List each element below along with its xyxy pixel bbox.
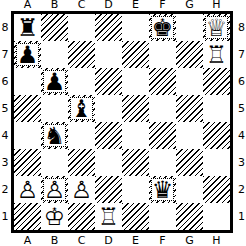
square-b5[interactable] bbox=[41, 95, 68, 122]
piece-white-pawn[interactable]: ♙ bbox=[14, 176, 41, 203]
piece-black-pawn[interactable]: ♟ bbox=[14, 41, 41, 68]
file-label-c-top: C bbox=[68, 0, 95, 11]
square-h4[interactable] bbox=[203, 122, 230, 149]
rank-label-1-left: 1 bbox=[0, 203, 10, 230]
square-c5[interactable]: ♝ bbox=[68, 95, 95, 122]
square-e4[interactable] bbox=[122, 122, 149, 149]
piece-black-king[interactable]: ♚ bbox=[149, 14, 176, 41]
file-label-e-bottom: E bbox=[122, 234, 149, 246]
piece-black-queen[interactable]: ♛ bbox=[149, 176, 176, 203]
file-label-b-top: B bbox=[41, 0, 68, 11]
square-e6[interactable] bbox=[122, 68, 149, 95]
rank-label-6-left: 6 bbox=[0, 68, 10, 95]
square-b2[interactable]: ♙ bbox=[41, 176, 68, 203]
square-h6[interactable] bbox=[203, 68, 230, 95]
square-g7[interactable] bbox=[176, 41, 203, 68]
piece-black-rook[interactable]: ♜ bbox=[14, 14, 41, 41]
rank-label-8-right: 8 bbox=[237, 14, 246, 41]
file-labels-bottom: ABCDEFGH bbox=[14, 234, 230, 246]
square-e2[interactable] bbox=[122, 176, 149, 203]
file-label-f-top: F bbox=[149, 0, 176, 11]
file-label-d-bottom: D bbox=[95, 234, 122, 246]
rank-label-4-right: 4 bbox=[237, 122, 246, 149]
square-f6[interactable] bbox=[149, 68, 176, 95]
square-c4[interactable] bbox=[68, 122, 95, 149]
square-d4[interactable] bbox=[95, 122, 122, 149]
square-h5[interactable] bbox=[203, 95, 230, 122]
piece-white-king[interactable]: ♔ bbox=[41, 203, 68, 230]
square-b3[interactable] bbox=[41, 149, 68, 176]
file-label-e-top: E bbox=[122, 0, 149, 11]
file-label-h-bottom: H bbox=[203, 234, 230, 246]
rank-label-3-left: 3 bbox=[0, 149, 10, 176]
square-e8[interactable] bbox=[122, 14, 149, 41]
rank-label-8-left: 8 bbox=[0, 14, 10, 41]
square-a8[interactable]: ♜ bbox=[14, 14, 41, 41]
square-d7[interactable] bbox=[95, 41, 122, 68]
square-g2[interactable] bbox=[176, 176, 203, 203]
square-e5[interactable] bbox=[122, 95, 149, 122]
file-labels-top: ABCDEFGH bbox=[14, 0, 230, 11]
piece-white-rook[interactable]: ♖ bbox=[95, 203, 122, 230]
piece-white-pawn[interactable]: ♙ bbox=[68, 176, 95, 203]
square-c8[interactable] bbox=[68, 14, 95, 41]
square-c1[interactable] bbox=[68, 203, 95, 230]
square-a2[interactable]: ♙ bbox=[14, 176, 41, 203]
square-c3[interactable] bbox=[68, 149, 95, 176]
piece-white-queen[interactable]: ♕ bbox=[203, 14, 230, 41]
square-h1[interactable] bbox=[203, 203, 230, 230]
square-d2[interactable] bbox=[95, 176, 122, 203]
square-b4[interactable]: ♞ bbox=[41, 122, 68, 149]
chess-diagram: ABCDEFGH 87654321 ♜♚♕♟♖♟♝♞♙♙♙♛♔♖ 8765432… bbox=[0, 0, 246, 246]
rank-label-6-right: 6 bbox=[237, 68, 246, 95]
square-a5[interactable] bbox=[14, 95, 41, 122]
square-f3[interactable] bbox=[149, 149, 176, 176]
square-h2[interactable] bbox=[203, 176, 230, 203]
square-e7[interactable] bbox=[122, 41, 149, 68]
square-c2[interactable]: ♙ bbox=[68, 176, 95, 203]
rank-label-5-right: 5 bbox=[237, 95, 246, 122]
square-g6[interactable] bbox=[176, 68, 203, 95]
square-e3[interactable] bbox=[122, 149, 149, 176]
square-d8[interactable] bbox=[95, 14, 122, 41]
square-b1[interactable]: ♔ bbox=[41, 203, 68, 230]
square-c6[interactable] bbox=[68, 68, 95, 95]
square-d5[interactable] bbox=[95, 95, 122, 122]
rank-label-7-left: 7 bbox=[0, 41, 10, 68]
file-label-c-bottom: C bbox=[68, 234, 95, 246]
square-f5[interactable] bbox=[149, 95, 176, 122]
rank-label-7-right: 7 bbox=[237, 41, 246, 68]
piece-black-knight[interactable]: ♞ bbox=[41, 122, 68, 149]
square-a7[interactable]: ♟ bbox=[14, 41, 41, 68]
piece-white-rook[interactable]: ♖ bbox=[203, 41, 230, 68]
piece-white-pawn[interactable]: ♙ bbox=[41, 176, 68, 203]
square-f4[interactable] bbox=[149, 122, 176, 149]
file-label-d-top: D bbox=[95, 0, 122, 11]
square-g3[interactable] bbox=[176, 149, 203, 176]
square-c7[interactable] bbox=[68, 41, 95, 68]
file-label-f-bottom: F bbox=[149, 234, 176, 246]
square-a1[interactable] bbox=[14, 203, 41, 230]
square-g5[interactable] bbox=[176, 95, 203, 122]
square-h8[interactable]: ♕ bbox=[203, 14, 230, 41]
square-b7[interactable] bbox=[41, 41, 68, 68]
rank-label-2-left: 2 bbox=[0, 176, 10, 203]
square-a3[interactable] bbox=[14, 149, 41, 176]
rank-label-4-left: 4 bbox=[0, 122, 10, 149]
rank-label-1-right: 1 bbox=[237, 203, 246, 230]
file-label-g-top: G bbox=[176, 0, 203, 11]
square-b8[interactable] bbox=[41, 14, 68, 41]
square-f1[interactable] bbox=[149, 203, 176, 230]
square-a6[interactable] bbox=[14, 68, 41, 95]
square-f7[interactable] bbox=[149, 41, 176, 68]
file-label-g-bottom: G bbox=[176, 234, 203, 246]
file-label-a-bottom: A bbox=[14, 234, 41, 246]
square-h7[interactable]: ♖ bbox=[203, 41, 230, 68]
square-g1[interactable] bbox=[176, 203, 203, 230]
square-b6[interactable]: ♟ bbox=[41, 68, 68, 95]
square-g4[interactable] bbox=[176, 122, 203, 149]
rank-labels-right: 87654321 bbox=[237, 14, 246, 230]
rank-label-3-right: 3 bbox=[237, 149, 246, 176]
square-d3[interactable] bbox=[95, 149, 122, 176]
square-d1[interactable]: ♖ bbox=[95, 203, 122, 230]
chess-board: ♜♚♕♟♖♟♝♞♙♙♙♛♔♖ bbox=[11, 11, 233, 233]
square-f8[interactable]: ♚ bbox=[149, 14, 176, 41]
square-f2[interactable]: ♛ bbox=[149, 176, 176, 203]
rank-label-2-right: 2 bbox=[237, 176, 246, 203]
square-a4[interactable] bbox=[14, 122, 41, 149]
square-d6[interactable] bbox=[95, 68, 122, 95]
rank-label-5-left: 5 bbox=[0, 95, 10, 122]
square-e1[interactable] bbox=[122, 203, 149, 230]
piece-black-bishop[interactable]: ♝ bbox=[68, 95, 95, 122]
file-label-a-top: A bbox=[14, 0, 41, 11]
square-h3[interactable] bbox=[203, 149, 230, 176]
rank-labels-left: 87654321 bbox=[0, 14, 10, 230]
file-label-h-top: H bbox=[203, 0, 230, 11]
piece-black-pawn[interactable]: ♟ bbox=[41, 68, 68, 95]
square-g8[interactable] bbox=[176, 14, 203, 41]
file-label-b-bottom: B bbox=[41, 234, 68, 246]
